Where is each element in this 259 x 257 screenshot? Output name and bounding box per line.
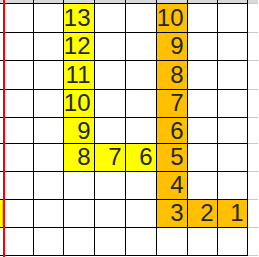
grid-cell[interactable] <box>5 144 34 172</box>
grid-cell[interactable] <box>95 118 126 144</box>
number-cell-2[interactable]: 2 <box>188 200 218 229</box>
grid-cell[interactable] <box>34 4 64 33</box>
grid-cell[interactable] <box>5 118 34 144</box>
number-cell-9[interactable]: 9 <box>64 118 95 144</box>
number-cell-12[interactable]: 12 <box>64 33 95 62</box>
grid-cell[interactable] <box>5 228 34 256</box>
grid-cell[interactable] <box>126 4 157 33</box>
grid-cell[interactable] <box>5 61 34 90</box>
number-cell-13[interactable]: 13 <box>64 4 95 33</box>
grid-cell[interactable] <box>5 200 34 229</box>
grid-cell[interactable] <box>34 200 64 229</box>
grid-cell[interactable] <box>126 118 157 144</box>
grid-cell[interactable] <box>188 228 218 256</box>
grid-cell[interactable] <box>64 200 95 229</box>
grid-cell[interactable] <box>157 228 188 256</box>
number-cell-3[interactable]: 3 <box>157 200 188 229</box>
grid-cell[interactable] <box>126 61 157 90</box>
grid-cell[interactable] <box>188 4 218 33</box>
number-cell-9[interactable]: 9 <box>157 33 188 62</box>
right-edge-cell <box>248 61 259 90</box>
grid-cell[interactable] <box>218 228 248 256</box>
spreadsheet-grid: 13101291181079687654321 <box>0 0 258 256</box>
number-cell-8[interactable]: 8 <box>157 61 188 90</box>
grid-cell[interactable] <box>218 61 248 90</box>
grid-cell[interactable] <box>188 61 218 90</box>
grid-cell[interactable] <box>64 172 95 200</box>
right-edge-cell <box>248 228 259 256</box>
grid-cell[interactable] <box>218 118 248 144</box>
grid-cell[interactable] <box>64 228 95 256</box>
right-edge-cell <box>248 33 259 62</box>
grid-cell[interactable] <box>95 200 126 229</box>
grid-cell[interactable] <box>218 4 248 33</box>
grid-cell[interactable] <box>126 228 157 256</box>
grid-cell[interactable] <box>126 172 157 200</box>
number-cell-10[interactable]: 10 <box>157 4 188 33</box>
grid-cell[interactable] <box>218 144 248 172</box>
red-vertical-line <box>3 0 5 257</box>
spreadsheet-snippet: 13101291181079687654321 <box>0 0 258 257</box>
grid-cell[interactable] <box>95 90 126 119</box>
grid-cell[interactable] <box>5 172 34 200</box>
grid-cell[interactable] <box>126 200 157 229</box>
number-cell-4[interactable]: 4 <box>157 172 188 200</box>
right-edge-cell <box>248 144 259 172</box>
number-cell-8[interactable]: 8 <box>64 144 95 172</box>
grid-cell[interactable] <box>95 61 126 90</box>
grid-cell[interactable] <box>5 33 34 62</box>
number-cell-1[interactable]: 1 <box>218 200 248 229</box>
right-edge-cell <box>248 172 259 200</box>
grid-cell[interactable] <box>34 228 64 256</box>
number-cell-6[interactable]: 6 <box>157 118 188 144</box>
grid-cell[interactable] <box>126 33 157 62</box>
grid-cell[interactable] <box>95 172 126 200</box>
grid-cell[interactable] <box>188 172 218 200</box>
grid-cell[interactable] <box>126 90 157 119</box>
grid-cell[interactable] <box>34 172 64 200</box>
grid-cell[interactable] <box>95 228 126 256</box>
number-cell-10[interactable]: 10 <box>64 90 95 119</box>
right-edge-cell <box>248 4 259 33</box>
right-edge-cell <box>248 200 259 229</box>
grid-cell[interactable] <box>188 118 218 144</box>
grid-cell[interactable] <box>218 33 248 62</box>
number-cell-5[interactable]: 5 <box>157 144 188 172</box>
number-cell-11[interactable]: 11 <box>64 61 95 90</box>
grid-cell[interactable] <box>95 33 126 62</box>
grid-cell[interactable] <box>188 33 218 62</box>
grid-cell[interactable] <box>34 33 64 62</box>
number-cell-6[interactable]: 6 <box>126 144 157 172</box>
number-cell-7[interactable]: 7 <box>95 144 126 172</box>
grid-cell[interactable] <box>34 90 64 119</box>
grid-cell[interactable] <box>188 90 218 119</box>
grid-cell[interactable] <box>34 61 64 90</box>
grid-cell[interactable] <box>218 90 248 119</box>
number-cell-7[interactable]: 7 <box>157 90 188 119</box>
grid-cell[interactable] <box>218 172 248 200</box>
grid-cell[interactable] <box>5 90 34 119</box>
grid-cell[interactable] <box>34 144 64 172</box>
grid-cell[interactable] <box>188 144 218 172</box>
grid-cell[interactable] <box>5 4 34 33</box>
right-edge-cell <box>248 90 259 119</box>
grid-cell[interactable] <box>34 118 64 144</box>
right-edge-cell <box>248 118 259 144</box>
grid-cell[interactable] <box>95 4 126 33</box>
